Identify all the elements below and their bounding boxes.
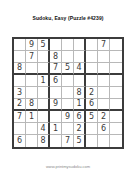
cell-r7c5: 9: [62, 111, 74, 123]
cell-r6c7: 6: [86, 99, 98, 111]
cell-r5c4[interactable]: [50, 87, 62, 99]
cell-r2c7[interactable]: [86, 51, 98, 63]
cell-r6c3[interactable]: [38, 99, 50, 111]
cell-r4c5[interactable]: [62, 75, 74, 87]
cell-r1c5[interactable]: [62, 39, 74, 51]
cell-r4c6[interactable]: [74, 75, 86, 87]
cell-r3c7[interactable]: [86, 63, 98, 75]
cell-r7c2: 1: [26, 111, 38, 123]
cell-r5c9[interactable]: [110, 87, 122, 99]
cell-r4c7[interactable]: [86, 75, 98, 87]
cell-r3c5: 5: [62, 63, 74, 75]
cell-r6c8[interactable]: [98, 99, 110, 111]
cell-r9c4[interactable]: [50, 135, 62, 147]
cell-r1c3: 5: [38, 39, 50, 51]
cell-r7c3[interactable]: [38, 111, 50, 123]
cell-r4c9[interactable]: [110, 75, 122, 87]
cell-r2c8[interactable]: [98, 51, 110, 63]
cell-r5c5[interactable]: [62, 87, 74, 99]
cell-r2c3[interactable]: [38, 51, 50, 63]
cell-r6c1: 2: [14, 99, 26, 111]
cell-r1c7[interactable]: [86, 39, 98, 51]
cell-r2c4: 8: [50, 51, 62, 63]
cell-r9c8[interactable]: [98, 135, 110, 147]
cell-r5c1: 3: [14, 87, 26, 99]
cell-r4c4: 6: [50, 75, 62, 87]
cell-r6c9[interactable]: [110, 99, 122, 111]
cell-r6c5[interactable]: [62, 99, 74, 111]
cell-r2c6[interactable]: [74, 51, 86, 63]
cell-r3c6: 4: [74, 63, 86, 75]
cell-r7c4[interactable]: [50, 111, 62, 123]
cell-r9c7[interactable]: [86, 135, 98, 147]
cell-r8c6: 2: [74, 123, 86, 135]
cell-r1c9[interactable]: [110, 39, 122, 51]
cell-r5c2[interactable]: [26, 87, 38, 99]
cell-r4c3: 1: [38, 75, 50, 87]
cell-r8c7[interactable]: [86, 123, 98, 135]
cell-r5c7: 2: [86, 87, 98, 99]
cell-r3c9[interactable]: [110, 63, 122, 75]
cell-r7c9[interactable]: [110, 111, 122, 123]
cell-r8c8: 6: [98, 123, 110, 135]
cell-r8c2[interactable]: [26, 123, 38, 135]
cell-r1c4[interactable]: [50, 39, 62, 51]
cell-r3c3[interactable]: [38, 63, 50, 75]
cell-r5c8[interactable]: [98, 87, 110, 99]
cell-r1c1[interactable]: [14, 39, 26, 51]
cell-r4c8[interactable]: [98, 75, 110, 87]
cell-r3c8[interactable]: [98, 63, 110, 75]
sudoku-grid: 957788754163822891671965241266875: [12, 37, 124, 149]
cell-r8c4: 1: [50, 123, 62, 135]
cell-r8c3: 4: [38, 123, 50, 135]
cell-r6c2: 8: [26, 99, 38, 111]
cell-r5c3[interactable]: [38, 87, 50, 99]
cell-r9c3: 8: [38, 135, 50, 147]
cell-r9c6: 5: [74, 135, 86, 147]
cell-r9c5: 7: [62, 135, 74, 147]
sudoku-board: 957788754163822891671965241266875: [12, 37, 124, 149]
cell-r6c4: 9: [50, 99, 62, 111]
cell-r2c2: 7: [26, 51, 38, 63]
cell-r1c2: 9: [26, 39, 38, 51]
cell-r1c6[interactable]: [74, 39, 86, 51]
cell-r2c1[interactable]: [14, 51, 26, 63]
cell-r7c7: 5: [86, 111, 98, 123]
cell-r2c5[interactable]: [62, 51, 74, 63]
cell-r7c8: 2: [98, 111, 110, 123]
cell-r3c2[interactable]: [26, 63, 38, 75]
cell-r8c5[interactable]: [62, 123, 74, 135]
page-title: Sudoku, Easy (Puzzle #4239): [0, 15, 136, 21]
cell-r9c1: 6: [14, 135, 26, 147]
cell-r8c1[interactable]: [14, 123, 26, 135]
cell-r7c1: 7: [14, 111, 26, 123]
cell-r4c2[interactable]: [26, 75, 38, 87]
footer-url: www.printmysudoku.com: [0, 164, 136, 169]
cell-r4c1[interactable]: [14, 75, 26, 87]
cell-r3c4: 7: [50, 63, 62, 75]
cell-r3c1: 8: [14, 63, 26, 75]
cell-r1c8: 7: [98, 39, 110, 51]
cell-r9c9[interactable]: [110, 135, 122, 147]
cell-r5c6: 8: [74, 87, 86, 99]
cell-r9c2[interactable]: [26, 135, 38, 147]
cell-r8c9[interactable]: [110, 123, 122, 135]
cell-r2c9[interactable]: [110, 51, 122, 63]
cell-r6c6: 1: [74, 99, 86, 111]
cell-r7c6: 6: [74, 111, 86, 123]
